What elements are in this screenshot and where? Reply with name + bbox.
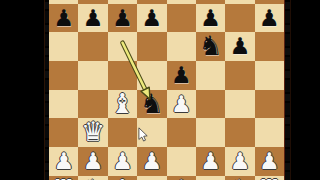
square-d4[interactable]: ♞ [137,90,166,119]
piece-black-pawn-f7[interactable]: ♟ [196,4,225,33]
square-e6[interactable] [167,32,196,61]
piece-white-pawn-g2[interactable]: ♟ [225,147,254,176]
square-f1[interactable] [196,176,225,180]
square-h5[interactable] [255,61,284,90]
square-c7[interactable]: ♟ [108,4,137,33]
piece-black-knight-d4[interactable]: ♞ [137,90,166,119]
square-a3[interactable] [49,118,78,147]
piece-white-pawn-h2[interactable]: ♟ [255,147,284,176]
piece-black-pawn-d7[interactable]: ♟ [137,4,166,33]
square-e4[interactable]: ♟ [167,90,196,119]
square-h4[interactable] [255,90,284,119]
square-d6[interactable] [137,32,166,61]
piece-black-pawn-h7[interactable]: ♟ [255,4,284,33]
square-d1[interactable] [137,176,166,180]
piece-white-pawn-f2[interactable]: ♟ [196,147,225,176]
square-a7[interactable]: ♟ [49,4,78,33]
square-a4[interactable] [49,90,78,119]
square-g2[interactable]: ♟ [225,147,254,176]
piece-black-pawn-b7[interactable]: ♟ [78,4,107,33]
square-e3[interactable] [167,118,196,147]
piece-white-rook-h1[interactable]: ♜ [255,176,284,180]
square-b7[interactable]: ♟ [78,4,107,33]
square-e1[interactable]: ♚ [167,176,196,180]
square-c2[interactable]: ♟ [108,147,137,176]
piece-black-pawn-e5[interactable]: ♟ [167,61,196,90]
piece-white-queen-b3[interactable]: ♛ [78,118,107,147]
square-g7[interactable] [225,4,254,33]
square-g5[interactable] [225,61,254,90]
square-c1[interactable]: ♝ [108,176,137,180]
piece-white-knight-b1[interactable]: ♞ [78,176,107,180]
piece-black-knight-f6[interactable]: ♞ [196,32,225,61]
square-b4[interactable] [78,90,107,119]
square-g3[interactable] [225,118,254,147]
square-a1[interactable]: ♜ [49,176,78,180]
square-c5[interactable] [108,61,137,90]
square-d2[interactable]: ♟ [137,147,166,176]
piece-white-pawn-d2[interactable]: ♟ [137,147,166,176]
square-g4[interactable] [225,90,254,119]
chess-app-window: ♜♝♛♚♝♜♟♟♟♟♟♟♞♟♟♝♞♟♛♟♟♟♟♟♟♟♜♞♝♚♞♜ [0,0,320,180]
square-f5[interactable] [196,61,225,90]
square-c6[interactable] [108,32,137,61]
square-b5[interactable] [78,61,107,90]
piece-white-knight-g1[interactable]: ♞ [225,176,254,180]
square-b1[interactable]: ♞ [78,176,107,180]
piece-white-bishop-c4[interactable]: ♝ [108,90,137,119]
piece-black-pawn-a7[interactable]: ♟ [49,4,78,33]
piece-white-pawn-a2[interactable]: ♟ [49,147,78,176]
square-h6[interactable] [255,32,284,61]
square-h1[interactable]: ♜ [255,176,284,180]
piece-white-rook-a1[interactable]: ♜ [49,176,78,180]
square-f6[interactable]: ♞ [196,32,225,61]
square-h2[interactable]: ♟ [255,147,284,176]
square-c4[interactable]: ♝ [108,90,137,119]
piece-white-pawn-b2[interactable]: ♟ [78,147,107,176]
square-g6[interactable]: ♟ [225,32,254,61]
square-c3[interactable] [108,118,137,147]
piece-black-pawn-g6[interactable]: ♟ [225,32,254,61]
square-a6[interactable] [49,32,78,61]
square-e7[interactable] [167,4,196,33]
chess-board[interactable]: ♜♝♛♚♝♜♟♟♟♟♟♟♞♟♟♝♞♟♛♟♟♟♟♟♟♟♜♞♝♚♞♜ [49,0,284,180]
piece-white-bishop-c1[interactable]: ♝ [108,176,137,180]
board-frame-right [284,0,291,180]
piece-white-king-e1[interactable]: ♚ [167,176,196,180]
square-g1[interactable]: ♞ [225,176,254,180]
square-f2[interactable]: ♟ [196,147,225,176]
square-f4[interactable] [196,90,225,119]
square-h7[interactable]: ♟ [255,4,284,33]
square-e5[interactable]: ♟ [167,61,196,90]
piece-black-pawn-c7[interactable]: ♟ [108,4,137,33]
piece-white-pawn-e4[interactable]: ♟ [167,90,196,119]
square-a5[interactable] [49,61,78,90]
square-h3[interactable] [255,118,284,147]
square-f3[interactable] [196,118,225,147]
square-f7[interactable]: ♟ [196,4,225,33]
square-d5[interactable] [137,61,166,90]
square-b2[interactable]: ♟ [78,147,107,176]
square-b6[interactable] [78,32,107,61]
square-a2[interactable]: ♟ [49,147,78,176]
square-b3[interactable]: ♛ [78,118,107,147]
square-e2[interactable] [167,147,196,176]
square-d3[interactable] [137,118,166,147]
piece-white-pawn-c2[interactable]: ♟ [108,147,137,176]
square-d7[interactable]: ♟ [137,4,166,33]
